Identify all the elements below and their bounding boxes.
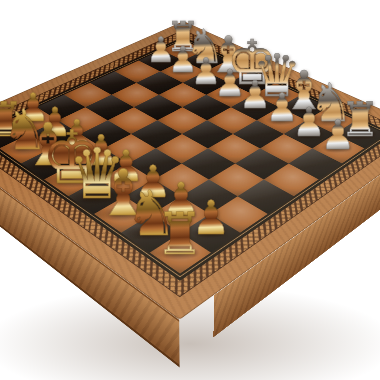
chess-set-photo: ♜♞♝♚♛♝♞♜♟♟♟♟♟♟♟♟♟♟♟♟♟♟♟♟♜♞♝♚♛♝♞♜ <box>0 0 380 380</box>
chess-board-case <box>0 21 380 320</box>
